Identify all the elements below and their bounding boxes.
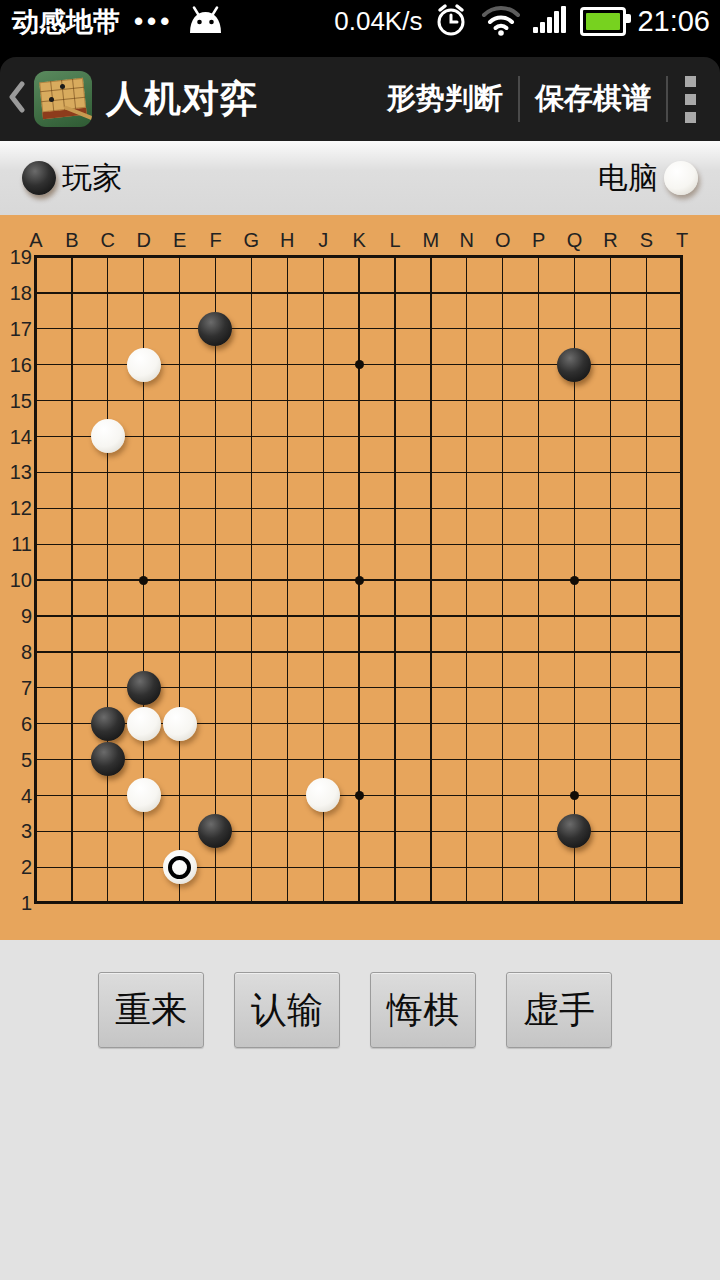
appbar-action[interactable]: 形势判断: [372, 79, 518, 119]
stone-black: [127, 671, 161, 705]
stone-white: [306, 778, 340, 812]
black-player: 玩家: [22, 158, 122, 199]
overflow-menu-icon: [685, 76, 696, 87]
status-bar: 动感地带 ••• 0.04K/s: [0, 0, 720, 57]
go-board[interactable]: [18, 239, 700, 921]
page-title: 人机对弈: [106, 74, 258, 124]
stone-black: [91, 742, 125, 776]
star-point: [355, 791, 364, 800]
wifi-icon: [480, 4, 522, 40]
android-icon: [187, 6, 224, 38]
net-speed-label: 0.04K/s: [334, 6, 422, 37]
carrier-label: 动感地带: [12, 4, 120, 40]
notification-dots: •••: [134, 6, 173, 37]
stone-black: [91, 707, 125, 741]
back-button[interactable]: [6, 79, 28, 119]
battery-icon: [580, 7, 626, 36]
last-move-marker: [168, 856, 191, 879]
star-point: [570, 791, 579, 800]
alarm-icon: [433, 3, 469, 41]
star-point: [355, 360, 364, 369]
star-point: [570, 576, 579, 585]
status-left: 动感地带 •••: [12, 4, 224, 40]
stone-black: [557, 814, 591, 848]
stone-white: [91, 419, 125, 453]
stone-white: [127, 778, 161, 812]
stone-white: [163, 707, 197, 741]
bottom-panel: 重来认输悔棋虚手: [0, 940, 720, 1280]
status-right: 0.04K/s: [334, 3, 710, 41]
stone-black: [557, 348, 591, 382]
screen: 动感地带 ••• 0.04K/s: [0, 0, 720, 1280]
player-bar: 玩家 电脑: [0, 141, 720, 215]
game-button-1[interactable]: 重来: [98, 972, 204, 1048]
stone-white: [127, 348, 161, 382]
white-player: 电脑: [598, 158, 698, 199]
battery-fill: [586, 13, 620, 30]
signal-icon: [533, 5, 569, 38]
game-button-4[interactable]: 虚手: [506, 972, 612, 1048]
white-stone-avatar: [664, 161, 698, 195]
appbar-action[interactable]: 保存棋谱: [520, 79, 666, 119]
appbar-actions: 形势判断保存棋谱: [372, 57, 668, 141]
app-bar: 人机对弈 形势判断保存棋谱: [0, 57, 720, 141]
black-stone-avatar: [22, 161, 56, 195]
game-button-3[interactable]: 悔棋: [370, 972, 476, 1048]
stone-white: [163, 850, 197, 884]
stone-black: [198, 814, 232, 848]
stone-white: [127, 707, 161, 741]
black-player-label: 玩家: [62, 158, 122, 199]
overflow-menu-button[interactable]: [668, 57, 712, 141]
white-player-label: 电脑: [598, 158, 658, 199]
game-button-2[interactable]: 认输: [234, 972, 340, 1048]
app-icon: [34, 71, 92, 127]
star-point: [355, 576, 364, 585]
clock-label: 21:06: [637, 5, 710, 38]
stone-black: [198, 312, 232, 346]
star-point: [139, 576, 148, 585]
go-board-area: ABCDEFGHJKLMNOPQRST 19181716151413121110…: [0, 215, 720, 940]
button-row: 重来认输悔棋虚手: [98, 972, 612, 1048]
back-chevron-icon: [8, 81, 26, 117]
